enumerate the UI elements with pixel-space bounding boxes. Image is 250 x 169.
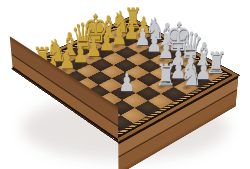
chess-set-photo: ♜♞♝♛♚♝♞♜♟♟♟♟♟♟♟♟♟♞♟♝♟♚♟♟♛♜♟♟♝♞♟♜ <box>0 0 250 169</box>
piece-silver-pawn[interactable]: ♟ <box>106 72 147 95</box>
piece-silver-knight[interactable]: ♞ <box>171 60 213 90</box>
